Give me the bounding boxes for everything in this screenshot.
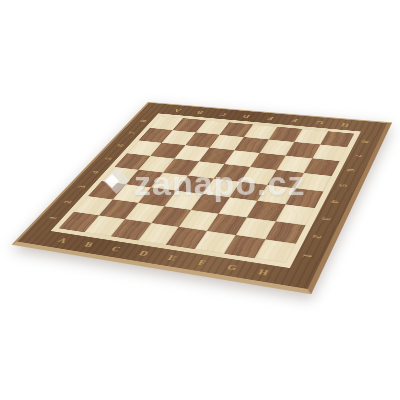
coord-rank-3-right: 3 bbox=[308, 211, 344, 227]
coord-rank-4-right: 4 bbox=[318, 194, 353, 209]
chess-board: ABCDEFGHABCDEFGH1234567812345678 bbox=[12, 102, 393, 294]
coord-file-h-bottom: H bbox=[244, 262, 284, 282]
coord-rank-6-right: 6 bbox=[334, 164, 368, 178]
coord-rank-2-right: 2 bbox=[299, 228, 337, 245]
coord-rank-7-right: 7 bbox=[342, 149, 375, 162]
chessboard-product-photo: ABCDEFGHABCDEFGH1234567812345678 zanapo.… bbox=[0, 0, 400, 400]
coord-rank-8-right: 8 bbox=[350, 136, 382, 148]
coord-rank-5-right: 5 bbox=[326, 178, 360, 192]
coord-rank-1-right: 1 bbox=[289, 247, 328, 265]
